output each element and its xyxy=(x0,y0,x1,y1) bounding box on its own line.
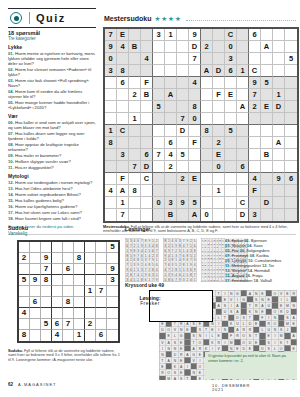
mestersudoku-cell: 7 xyxy=(129,161,141,173)
page-title: Quiz xyxy=(36,12,66,24)
crossword-cell: E xyxy=(266,297,272,303)
crossword-cell: S xyxy=(266,339,272,345)
mestersudoku-cell: 8 xyxy=(201,125,213,137)
crossword-cell: D xyxy=(285,309,291,315)
sudoku-cell xyxy=(107,253,118,264)
target-dot-icon xyxy=(10,12,22,24)
crossword-cell: S xyxy=(191,333,197,339)
crossword-cell: D xyxy=(172,351,178,357)
question-number: 07. xyxy=(8,131,15,136)
mestersudoku-cell xyxy=(117,161,129,173)
mestersudoku-cell xyxy=(261,29,273,41)
sudoku-cell xyxy=(41,297,52,308)
mestersudoku-cell: A xyxy=(201,65,213,77)
crossword-cell xyxy=(253,327,259,333)
crossword-cell: S xyxy=(228,309,234,315)
sudoku-cell xyxy=(74,275,85,286)
sudoku-cell xyxy=(96,242,107,253)
crossword-cell xyxy=(160,333,166,339)
mestersudoku-cell xyxy=(213,41,225,53)
quiz-question: 05. Hvor mange kvinner hadde hovedroller… xyxy=(8,100,96,110)
kryssord-heading: Kryssord uke 49 xyxy=(125,282,205,290)
crossword-cell: A xyxy=(260,303,266,309)
mestersudoku-cell xyxy=(273,29,285,41)
sudoku-cell: 3 xyxy=(107,275,118,286)
mestersudoku-cell xyxy=(285,209,297,221)
sudoku-cell xyxy=(41,242,52,253)
crossword-cell: N xyxy=(178,327,184,333)
crossword-cell xyxy=(216,309,222,315)
mestersudoku-cell: 6 xyxy=(165,137,177,149)
mestersudoku-cell xyxy=(225,149,237,161)
crossword-cell: V xyxy=(278,291,284,297)
mestersudoku-cell xyxy=(153,41,165,53)
crossword-cell: V xyxy=(160,339,166,345)
mestersudoku-cell xyxy=(141,29,153,41)
mestersudoku-cell xyxy=(285,149,297,161)
crossword-cell: E xyxy=(160,364,166,370)
crossword-cell: T xyxy=(160,358,166,364)
crossword-cell xyxy=(253,315,259,321)
mestersudoku-cell xyxy=(213,77,225,89)
mestersudoku-cell xyxy=(129,173,141,185)
mestersudoku-cell xyxy=(141,209,153,221)
mestersudoku-cell: D xyxy=(189,41,201,53)
mestersudoku-cell xyxy=(129,53,141,65)
magazine-puzzle-page: Quiz 18 spørsmål Tre kategorier Lykke01.… xyxy=(0,0,300,397)
crossword-cell: N xyxy=(228,345,234,351)
crossword-cell: N xyxy=(166,345,172,351)
mestersudoku-cell xyxy=(213,197,225,209)
mestersudoku-cell xyxy=(177,41,189,53)
mestersudoku-cell xyxy=(129,197,141,209)
crossword-cell: L xyxy=(260,327,266,333)
sudoku-cell xyxy=(52,286,63,297)
crossword-cell: T xyxy=(191,339,197,345)
question-number: 17. xyxy=(8,210,15,215)
mestersudoku-cell xyxy=(141,197,153,209)
mestersudoku-cell xyxy=(141,113,153,125)
mestersudoku-cell: 9 xyxy=(177,197,189,209)
crossword-cell: N xyxy=(253,309,259,315)
crossword-cell xyxy=(222,321,228,327)
crossword-cell xyxy=(185,358,191,364)
page-number: 62 xyxy=(8,382,13,387)
crossword-cell xyxy=(272,303,278,309)
mestersudoku-cell xyxy=(117,113,129,125)
mestersudoku-cell: 6 xyxy=(141,149,153,161)
mestersudoku-cell: C xyxy=(249,65,261,77)
crossword-cell: G xyxy=(241,297,247,303)
mestersudoku-cell xyxy=(285,65,297,77)
crossword-cell: I xyxy=(222,339,228,345)
mestersudoku-cell xyxy=(177,89,189,101)
mestersudoku-cell: 4 xyxy=(141,53,153,65)
crossword-cell: I xyxy=(222,291,228,297)
quiz-question: 02. Hvem har skrevet romanen «Faderen» t… xyxy=(8,67,96,77)
sudoku-cell: 5 xyxy=(19,275,30,286)
mestersudoku-cell xyxy=(249,125,261,137)
sudoku-cell xyxy=(74,286,85,297)
sudoku-cell xyxy=(85,264,96,275)
mestersudoku-cell xyxy=(141,137,153,149)
mestersudoku-cell xyxy=(237,29,249,41)
mestersudoku-cell xyxy=(177,137,189,149)
crossword-cell: S xyxy=(222,303,228,309)
sudoku-cell xyxy=(30,264,41,275)
mestersudoku-cell: 2 xyxy=(165,161,177,173)
mestersudoku-cell: 2 xyxy=(129,89,141,101)
mestersudoku-cell: 1 xyxy=(165,29,177,41)
crossword-cell: E xyxy=(260,291,266,297)
crossword-cell xyxy=(241,303,247,309)
sudoku-cell: 6 xyxy=(52,319,63,330)
crossword-cell xyxy=(266,291,272,297)
sudoku-cell: 7 xyxy=(63,319,74,330)
mestersudoku-cell xyxy=(225,161,237,173)
crossword-cell: N xyxy=(191,370,197,376)
crossword-cell: E xyxy=(197,376,203,380)
crossword-cell: E xyxy=(185,327,191,333)
crossword-cell: I xyxy=(185,364,191,370)
mestersudoku-cell xyxy=(153,77,165,89)
mestersudoku-cell xyxy=(285,125,297,137)
mestersudoku-cell xyxy=(141,101,153,113)
mestersudoku-cell xyxy=(177,101,189,113)
quiz-answer-line: 17. Fenrisulven 18. Valhall xyxy=(225,278,296,283)
mestersudoku-cell: A xyxy=(117,185,129,197)
sudoku-cell xyxy=(107,319,118,330)
crossword-cell: R xyxy=(241,327,247,333)
mestersudoku-cell: 2 xyxy=(177,173,189,185)
crossword-cell: N xyxy=(272,327,278,333)
mestersudoku-cell xyxy=(225,101,237,113)
quiz-question: 12. Hvem var tordenguden i norrøn mytolo… xyxy=(8,180,96,185)
crossword-cell xyxy=(253,345,259,351)
mestersudoku-cell: 7 xyxy=(117,209,129,221)
crossword-cell: A xyxy=(291,315,297,321)
mestersudoku-cell xyxy=(273,161,285,173)
sudoku-cell: 1 xyxy=(85,286,96,297)
crossword-cell: T xyxy=(216,291,222,297)
mestersudoku-cell xyxy=(141,125,153,137)
crossword-cell: S xyxy=(266,345,272,351)
crossword-cell xyxy=(160,376,166,380)
question-number: 13. xyxy=(8,186,15,191)
mestersudoku-cell xyxy=(285,185,297,197)
mestersudoku-cell xyxy=(237,41,249,53)
mestersudoku-cell xyxy=(201,29,213,41)
sudoku-cell xyxy=(19,264,30,275)
mestersudoku-cell: B xyxy=(129,41,141,53)
mestersudoku-cell xyxy=(177,29,189,41)
crossword-cell: G xyxy=(235,291,241,297)
mestersudoku-cell xyxy=(153,173,165,185)
mestersudoku-cell: 2 xyxy=(249,101,261,113)
mestersudoku-cell xyxy=(153,89,165,101)
crossword-cell: S xyxy=(247,333,253,339)
crossword-cell: N xyxy=(260,297,266,303)
crossword-cell: K xyxy=(247,309,253,315)
crossword-cell: E xyxy=(178,358,184,364)
sudoku-grid: 529876959831768456728416 xyxy=(17,240,120,343)
sudoku-level: Vanskelig xyxy=(8,231,68,236)
solution-grid-sudoku-medium: 8146379253259847166972514389413768522581… xyxy=(163,238,180,282)
mestersudoku-cell xyxy=(273,209,285,221)
mestersudoku-cell: 0 xyxy=(225,41,237,53)
crossword-cell: U xyxy=(235,321,241,327)
mestersudoku-cell: 4 xyxy=(117,41,129,53)
sudoku-cell xyxy=(30,319,41,330)
mestersudoku-cell xyxy=(261,137,273,149)
mestersudoku-grid: 7E319C694BD20A0473538AD61C6F4952BAFE7158… xyxy=(103,27,299,223)
sudoku-cell xyxy=(85,275,96,286)
crossword-cell: G xyxy=(191,351,197,357)
sudoku-cell xyxy=(52,242,63,253)
crossword-cell xyxy=(185,339,191,345)
crossword-cell xyxy=(222,345,228,351)
crossword-cell: R xyxy=(253,303,259,309)
sudoku-cell xyxy=(63,308,74,319)
sudoku-cell: 4 xyxy=(52,330,63,341)
crossword-cell: E xyxy=(253,321,259,327)
sudoku-cell xyxy=(30,330,41,341)
mestersudoku-cell xyxy=(189,149,201,161)
mestersudoku-cell: 0 xyxy=(105,53,117,65)
sudoku-cell: 7 xyxy=(96,286,107,297)
question-number: 06. xyxy=(8,120,15,125)
crossword-cell: E xyxy=(216,333,222,339)
crossword-cell: E xyxy=(222,297,228,303)
mestersudoku-cell: 0 xyxy=(213,161,225,173)
sudoku-cell: 8 xyxy=(41,275,52,286)
mestersudoku-cell: 1 xyxy=(117,197,129,209)
mestersudoku-cell xyxy=(165,53,177,65)
sudoku-cell: 8 xyxy=(74,253,85,264)
crossword-cell: E xyxy=(285,291,291,297)
mestersudoku-cell: B xyxy=(165,209,177,221)
crossword-cell: S xyxy=(172,370,178,376)
mestersudoku-cell xyxy=(189,161,201,173)
quiz-question: 15. Hva kalles gudenes bolig? xyxy=(8,198,96,203)
crossword-cell: N xyxy=(222,327,228,333)
sudoku-cell: 1 xyxy=(74,330,85,341)
mestersudoku-cell xyxy=(249,197,261,209)
sudoku-cell xyxy=(107,308,118,319)
mestersudoku-cell: 9 xyxy=(249,77,261,89)
mestersudoku-cell xyxy=(105,161,117,173)
crossword-cell: I xyxy=(272,339,278,345)
question-number: 18. xyxy=(8,216,15,221)
mestersudoku-cell xyxy=(225,185,237,197)
mestersudoku-cell xyxy=(213,125,225,137)
crossword-cell: V xyxy=(216,345,222,351)
mestersudoku-cell xyxy=(165,65,177,77)
crossword-cell: K xyxy=(210,339,216,345)
mestersudoku-cell xyxy=(285,29,297,41)
mestersudoku-cell xyxy=(177,209,189,221)
mestersudoku-cell: 7 xyxy=(249,89,261,101)
crossword-cell xyxy=(191,327,197,333)
crossword-answer-box: Løsning: Fresker xyxy=(149,290,213,322)
mestersudoku-cell: D xyxy=(177,125,189,137)
sudoku-cell xyxy=(85,297,96,308)
mestersudoku-cell xyxy=(213,173,225,185)
sudoku-cell xyxy=(52,264,63,275)
mestersudoku-cell: E xyxy=(225,89,237,101)
mestersudoku-cell xyxy=(129,65,141,77)
mestersudoku-cell xyxy=(177,161,189,173)
quiz-question: 18. Hvor havnet krigere som falt i strid… xyxy=(8,216,96,221)
mestersudoku-cell: E xyxy=(213,149,225,161)
crossword-cell xyxy=(278,321,284,327)
mestersudoku-cell xyxy=(237,125,249,137)
sudoku-cell xyxy=(96,264,107,275)
mestersudoku-cell: 0 xyxy=(201,209,213,221)
sudoku-cell xyxy=(96,297,107,308)
mestersudoku-cell: D xyxy=(213,65,225,77)
mestersudoku-cell: A xyxy=(189,209,201,221)
sudoku-cell xyxy=(85,242,96,253)
mestersudoku-cell xyxy=(237,149,249,161)
quiz-intro-subtitle: Tre kategorier xyxy=(8,36,96,41)
crossword-cell: A xyxy=(235,309,241,315)
crossword-cell: E xyxy=(235,345,241,351)
mestersudoku-cell: D xyxy=(141,161,153,173)
crossword-cell xyxy=(241,309,247,315)
footer-right: 10. DESEMBER 2021 xyxy=(212,383,292,391)
mestersudoku-cell: F xyxy=(189,137,201,149)
sudoku-cell xyxy=(74,308,85,319)
mestersudoku-cell xyxy=(225,113,237,125)
crossword-cell xyxy=(228,315,234,321)
mestersudoku-cell xyxy=(153,137,165,149)
sudoku-cell xyxy=(19,297,30,308)
crossword-cell: R xyxy=(247,327,253,333)
crossword-cell: U xyxy=(266,303,272,309)
crossword-cell xyxy=(166,364,172,370)
mestersudoku-title: Mestersudoku xyxy=(104,15,151,22)
sudoku-cell xyxy=(63,275,74,286)
sudoku-cell xyxy=(30,253,41,264)
mestersudoku-cell xyxy=(213,113,225,125)
mestersudoku-cell xyxy=(273,113,285,125)
mestersudoku-cell: 4 xyxy=(249,173,261,185)
mestersudoku-cell xyxy=(273,185,285,197)
crossword-cell: M xyxy=(285,321,291,327)
crossword-cell: R xyxy=(160,370,166,376)
sudoku-cell xyxy=(96,275,107,286)
mestersudoku-cell xyxy=(201,173,213,185)
crossword-cell: R xyxy=(235,333,241,339)
mestersudoku-cell xyxy=(225,173,237,185)
crossword-cell xyxy=(260,333,266,339)
crossword-cell: I xyxy=(228,303,234,309)
crossword-cell: N xyxy=(172,358,178,364)
mestersudoku-cell: 1 xyxy=(237,65,249,77)
question-number: 11. xyxy=(8,165,15,170)
quiz-question: 10. Hvilken skytype varsler uvær? xyxy=(8,159,96,164)
crossword-cell: V xyxy=(228,297,234,303)
mestersudoku-cell xyxy=(273,149,285,161)
crossword-cell: I xyxy=(160,345,166,351)
mestersudoku-cell: 8 xyxy=(105,137,117,149)
mestersudoku-cell: 3 xyxy=(153,29,165,41)
crossword-cell xyxy=(278,315,284,321)
mestersudoku-cell xyxy=(129,149,141,161)
mestersudoku-cell xyxy=(117,53,129,65)
crossword-cell: L xyxy=(216,315,222,321)
mestersudoku-cell: F xyxy=(117,173,129,185)
quiz-question: 06. Hva kaller vi vind som er avkjølt ov… xyxy=(8,120,96,130)
quiz-column: 18 spørsmål Tre kategorier Lykke01. Hvem… xyxy=(8,30,96,230)
crossword-cell: E xyxy=(197,370,203,376)
crossword-cell: M xyxy=(285,303,291,309)
crossword-cell: A xyxy=(172,376,178,380)
sudoku-cell xyxy=(52,308,63,319)
mestersudoku-cell xyxy=(201,113,213,125)
mestersudoku-cell: 6 xyxy=(249,29,261,41)
crossword-cell: E xyxy=(260,309,266,315)
mestersudoku-cell xyxy=(165,125,177,137)
mestersudoku-cell xyxy=(105,113,117,125)
mestersudoku-cell xyxy=(213,209,225,221)
mestersudoku-cell: C xyxy=(237,197,249,209)
crossword-cell: L xyxy=(210,333,216,339)
sudoku-cell: 4 xyxy=(19,308,30,319)
crossword-cell: R xyxy=(197,345,203,351)
mestersudoku-cell xyxy=(165,185,177,197)
mestersudoku-cell: 1 xyxy=(273,89,285,101)
mestersudoku-cell xyxy=(129,77,141,89)
mestersudoku-cell: 6 xyxy=(285,173,297,185)
mestersudoku-cell: C xyxy=(141,173,153,185)
quiz-question: 14. Hvem voktet regnbuebroen Bifrost? xyxy=(8,192,96,197)
crossword-cell: S xyxy=(253,297,259,303)
mestersudoku-cell: 8 xyxy=(189,101,201,113)
mestersudoku-cell: D xyxy=(261,197,273,209)
mestersudoku-cell: B xyxy=(261,149,273,161)
mestersudoku-cell: 9 xyxy=(189,29,201,41)
crossword-cell: O xyxy=(278,345,284,351)
crossword-cell: E xyxy=(210,327,216,333)
mestersudoku-cell xyxy=(153,209,165,221)
question-number: 05. xyxy=(8,100,15,105)
mestersudoku-cell: D xyxy=(273,101,285,113)
mestersudoku-cell xyxy=(273,65,285,77)
mestersudoku-cell xyxy=(153,113,165,125)
crossword-cell: R xyxy=(291,291,297,297)
sudoku-cell: 6 xyxy=(30,297,41,308)
mestersudoku-cell xyxy=(165,173,177,185)
mestersudoku-cell xyxy=(177,185,189,197)
crossword-cell xyxy=(185,345,191,351)
mestersudoku-cell: 3 xyxy=(165,197,177,209)
crossword-cell: O xyxy=(166,327,172,333)
question-number: 08. xyxy=(8,142,15,147)
mestersudoku-cell xyxy=(237,185,249,197)
mestersudoku-cell xyxy=(201,89,213,101)
mestersudoku-cell: E xyxy=(117,29,129,41)
sudoku-cell xyxy=(52,275,63,286)
mestersudoku-cell xyxy=(165,101,177,113)
mestersudoku-cell xyxy=(189,65,201,77)
quiz-question: 13. Hva het Odins åttebeinte hest? xyxy=(8,186,96,191)
mestersudoku-cell xyxy=(105,209,117,221)
solution-grid-mestersudoku: 7E4A31B9FDC2608594BC57ED2801FA360D6482A7… xyxy=(201,238,225,282)
mestersudoku-cell xyxy=(189,125,201,137)
crossword-cell: I xyxy=(216,327,222,333)
